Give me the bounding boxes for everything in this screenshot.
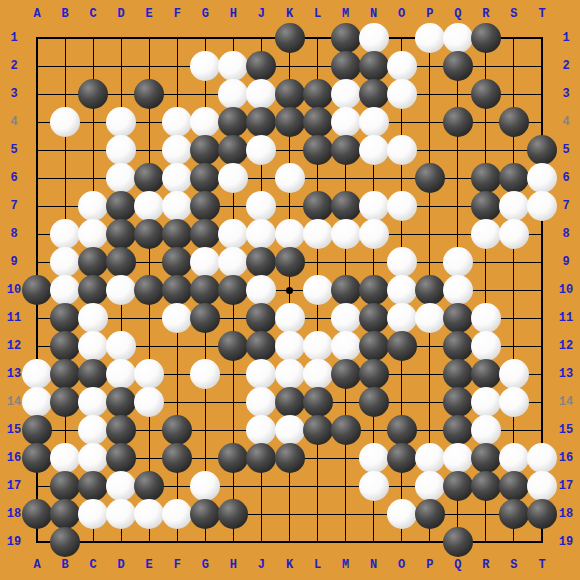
white-stone-Q9[interactable] [443,247,473,277]
black-stone-C3[interactable] [78,79,108,109]
white-stone-G13[interactable] [190,359,220,389]
white-stone-O3[interactable] [387,79,417,109]
white-stone-F11[interactable] [162,303,192,333]
white-stone-F4[interactable] [162,107,192,137]
white-stone-J7[interactable] [246,191,276,221]
coord-label-top-B: B [56,7,74,21]
white-stone-G9[interactable] [190,247,220,277]
black-stone-R6[interactable] [471,163,501,193]
coord-label-bottom-E: E [140,558,158,572]
coord-label-left-7: 7 [2,199,26,213]
coord-label-bottom-K: K [281,558,299,572]
coord-label-right-3: 3 [554,87,578,101]
white-stone-E7[interactable] [134,191,164,221]
black-stone-A10[interactable] [22,275,52,305]
coord-label-left-6: 6 [2,171,26,185]
white-stone-D12[interactable] [106,331,136,361]
black-stone-E6[interactable] [134,163,164,193]
white-stone-J13[interactable] [246,359,276,389]
black-stone-M15[interactable] [331,415,361,445]
black-stone-K4[interactable] [275,107,305,137]
white-stone-R12[interactable] [471,331,501,361]
black-stone-F15[interactable] [162,415,192,445]
coord-label-top-F: F [168,7,186,21]
coord-label-top-P: P [421,7,439,21]
coord-label-right-5: 5 [554,143,578,157]
white-stone-S14[interactable] [499,387,529,417]
white-stone-K13[interactable] [275,359,305,389]
white-stone-N7[interactable] [359,191,389,221]
black-stone-Q13[interactable] [443,359,473,389]
coord-label-bottom-H: H [224,558,242,572]
white-stone-S8[interactable] [499,219,529,249]
white-stone-H8[interactable] [218,219,248,249]
coord-label-left-9: 9 [2,255,26,269]
coord-label-bottom-S: S [505,558,523,572]
black-stone-N12[interactable] [359,331,389,361]
black-stone-N3[interactable] [359,79,389,109]
coord-label-top-T: T [533,7,551,21]
white-stone-F5[interactable] [162,135,192,165]
coord-label-top-Q: Q [449,7,467,21]
white-stone-H2[interactable] [218,51,248,81]
black-stone-N11[interactable] [359,303,389,333]
white-stone-D6[interactable] [106,163,136,193]
black-stone-K9[interactable] [275,247,305,277]
white-stone-O10[interactable] [387,275,417,305]
white-stone-C11[interactable] [78,303,108,333]
coord-label-left-2: 2 [2,59,26,73]
coord-label-right-17: 17 [554,479,578,493]
black-stone-E17[interactable] [134,471,164,501]
coord-label-right-19: 19 [554,535,578,549]
black-stone-L7[interactable] [303,191,333,221]
coord-label-right-18: 18 [554,507,578,521]
white-stone-D5[interactable] [106,135,136,165]
white-stone-K8[interactable] [275,219,305,249]
black-stone-Q11[interactable] [443,303,473,333]
white-stone-L8[interactable] [303,219,333,249]
white-stone-S7[interactable] [499,191,529,221]
white-stone-B10[interactable] [50,275,80,305]
black-stone-L4[interactable] [303,107,333,137]
black-stone-L15[interactable] [303,415,333,445]
black-stone-F10[interactable] [162,275,192,305]
coord-label-bottom-Q: Q [449,558,467,572]
black-stone-M7[interactable] [331,191,361,221]
coord-label-bottom-F: F [168,558,186,572]
white-stone-Q16[interactable] [443,443,473,473]
black-stone-G5[interactable] [190,135,220,165]
coord-label-right-12: 12 [554,339,578,353]
white-stone-P11[interactable] [415,303,445,333]
black-stone-E3[interactable] [134,79,164,109]
black-stone-E10[interactable] [134,275,164,305]
white-stone-K6[interactable] [275,163,305,193]
coord-label-top-H: H [224,7,242,21]
white-stone-D17[interactable] [106,471,136,501]
white-stone-R11[interactable] [471,303,501,333]
black-stone-N14[interactable] [359,387,389,417]
coord-label-top-E: E [140,7,158,21]
white-stone-P1[interactable] [415,23,445,53]
black-stone-D16[interactable] [106,443,136,473]
coord-label-right-9: 9 [554,255,578,269]
black-stone-A15[interactable] [22,415,52,445]
white-stone-C14[interactable] [78,387,108,417]
black-stone-O12[interactable] [387,331,417,361]
white-stone-G2[interactable] [190,51,220,81]
black-stone-P18[interactable] [415,499,445,529]
white-stone-F6[interactable] [162,163,192,193]
black-stone-Q15[interactable] [443,415,473,445]
coord-label-bottom-L: L [309,558,327,572]
coord-label-right-14: 14 [554,395,578,409]
black-stone-G7[interactable] [190,191,220,221]
white-stone-F7[interactable] [162,191,192,221]
coord-label-left-8: 8 [2,227,26,241]
white-stone-A14[interactable] [22,387,52,417]
white-stone-R15[interactable] [471,415,501,445]
white-stone-T16[interactable] [527,443,557,473]
coord-label-left-5: 5 [2,143,26,157]
white-stone-M12[interactable] [331,331,361,361]
black-stone-M1[interactable] [331,23,361,53]
black-stone-N13[interactable] [359,359,389,389]
coord-label-right-2: 2 [554,59,578,73]
white-stone-O18[interactable] [387,499,417,529]
black-stone-Q14[interactable] [443,387,473,417]
black-stone-A18[interactable] [22,499,52,529]
white-stone-T7[interactable] [527,191,557,221]
white-stone-O2[interactable] [387,51,417,81]
black-stone-R3[interactable] [471,79,501,109]
white-stone-A13[interactable] [22,359,52,389]
white-stone-O11[interactable] [387,303,417,333]
white-stone-M4[interactable] [331,107,361,137]
white-stone-N5[interactable] [359,135,389,165]
black-stone-J4[interactable] [246,107,276,137]
coord-label-left-4: 4 [2,115,26,129]
black-stone-K1[interactable] [275,23,305,53]
coord-label-left-17: 17 [2,479,26,493]
black-stone-R1[interactable] [471,23,501,53]
white-stone-D10[interactable] [106,275,136,305]
go-board-app: AABBCCDDEEFFGGHHJJKKLLMMNNOOPPQQRRSSTT11… [0,0,580,580]
black-stone-R7[interactable] [471,191,501,221]
black-stone-B13[interactable] [50,359,80,389]
black-stone-C13[interactable] [78,359,108,389]
white-stone-K12[interactable] [275,331,305,361]
black-stone-R13[interactable] [471,359,501,389]
black-stone-B18[interactable] [50,499,80,529]
black-stone-G8[interactable] [190,219,220,249]
coord-label-bottom-B: B [56,558,74,572]
white-stone-J5[interactable] [246,135,276,165]
coord-label-bottom-M: M [337,558,355,572]
white-stone-F18[interactable] [162,499,192,529]
white-stone-C7[interactable] [78,191,108,221]
black-stone-Q2[interactable] [443,51,473,81]
white-stone-N4[interactable] [359,107,389,137]
coord-label-bottom-O: O [393,558,411,572]
black-stone-R16[interactable] [471,443,501,473]
coord-label-top-L: L [309,7,327,21]
white-stone-C16[interactable] [78,443,108,473]
coord-label-bottom-T: T [533,558,551,572]
white-stone-B16[interactable] [50,443,80,473]
black-stone-G6[interactable] [190,163,220,193]
black-stone-S4[interactable] [499,107,529,137]
black-stone-T5[interactable] [527,135,557,165]
coord-label-bottom-G: G [196,558,214,572]
white-stone-H9[interactable] [218,247,248,277]
black-stone-K16[interactable] [275,443,305,473]
black-stone-Q19[interactable] [443,527,473,557]
coord-label-right-16: 16 [554,451,578,465]
black-stone-J16[interactable] [246,443,276,473]
black-stone-J2[interactable] [246,51,276,81]
black-stone-P6[interactable] [415,163,445,193]
coord-label-left-3: 3 [2,87,26,101]
black-stone-H10[interactable] [218,275,248,305]
white-stone-D4[interactable] [106,107,136,137]
black-stone-M5[interactable] [331,135,361,165]
white-stone-M8[interactable] [331,219,361,249]
white-stone-L12[interactable] [303,331,333,361]
white-stone-L10[interactable] [303,275,333,305]
black-stone-C9[interactable] [78,247,108,277]
black-stone-D14[interactable] [106,387,136,417]
black-stone-G11[interactable] [190,303,220,333]
white-stone-C18[interactable] [78,499,108,529]
coord-label-right-7: 7 [554,199,578,213]
black-stone-L5[interactable] [303,135,333,165]
coord-label-right-6: 6 [554,171,578,185]
white-stone-C8[interactable] [78,219,108,249]
coord-label-top-D: D [112,7,130,21]
white-stone-Q1[interactable] [443,23,473,53]
coord-label-bottom-J: J [252,558,270,572]
white-stone-M11[interactable] [331,303,361,333]
white-stone-J8[interactable] [246,219,276,249]
black-stone-B19[interactable] [50,527,80,557]
white-stone-D13[interactable] [106,359,136,389]
white-stone-C15[interactable] [78,415,108,445]
white-stone-N1[interactable] [359,23,389,53]
white-stone-G4[interactable] [190,107,220,137]
black-stone-H4[interactable] [218,107,248,137]
black-stone-B14[interactable] [50,387,80,417]
white-stone-R8[interactable] [471,219,501,249]
black-stone-B17[interactable] [50,471,80,501]
black-stone-H12[interactable] [218,331,248,361]
coord-label-bottom-N: N [365,558,383,572]
coord-label-right-10: 10 [554,283,578,297]
black-stone-L14[interactable] [303,387,333,417]
coord-label-right-13: 13 [554,367,578,381]
white-stone-N16[interactable] [359,443,389,473]
white-stone-N17[interactable] [359,471,389,501]
coord-label-left-19: 19 [2,535,26,549]
coord-label-top-J: J [252,7,270,21]
black-stone-H5[interactable] [218,135,248,165]
white-stone-N8[interactable] [359,219,389,249]
black-stone-M13[interactable] [331,359,361,389]
black-stone-G10[interactable] [190,275,220,305]
white-stone-E13[interactable] [134,359,164,389]
white-stone-B9[interactable] [50,247,80,277]
white-stone-G17[interactable] [190,471,220,501]
black-stone-M10[interactable] [331,275,361,305]
white-stone-T6[interactable] [527,163,557,193]
black-stone-O15[interactable] [387,415,417,445]
black-stone-H18[interactable] [218,499,248,529]
coord-label-right-1: 1 [554,31,578,45]
black-stone-S6[interactable] [499,163,529,193]
white-stone-O9[interactable] [387,247,417,277]
black-stone-N2[interactable] [359,51,389,81]
black-stone-C10[interactable] [78,275,108,305]
white-stone-P16[interactable] [415,443,445,473]
coord-label-right-8: 8 [554,227,578,241]
white-stone-H3[interactable] [218,79,248,109]
black-stone-B11[interactable] [50,303,80,333]
coord-label-bottom-D: D [112,558,130,572]
black-stone-F8[interactable] [162,219,192,249]
black-stone-F9[interactable] [162,247,192,277]
white-stone-C12[interactable] [78,331,108,361]
black-stone-T18[interactable] [527,499,557,529]
black-stone-K3[interactable] [275,79,305,109]
coord-label-top-K: K [281,7,299,21]
black-stone-D15[interactable] [106,415,136,445]
black-stone-P10[interactable] [415,275,445,305]
black-stone-Q17[interactable] [443,471,473,501]
black-stone-S17[interactable] [499,471,529,501]
coord-label-top-M: M [337,7,355,21]
black-stone-Q12[interactable] [443,331,473,361]
black-stone-D9[interactable] [106,247,136,277]
coord-label-top-A: A [28,7,46,21]
white-stone-J15[interactable] [246,415,276,445]
black-stone-N10[interactable] [359,275,389,305]
black-stone-L3[interactable] [303,79,333,109]
white-stone-O5[interactable] [387,135,417,165]
black-stone-D7[interactable] [106,191,136,221]
white-stone-H6[interactable] [218,163,248,193]
black-stone-C17[interactable] [78,471,108,501]
coord-label-bottom-C: C [84,558,102,572]
black-stone-H16[interactable] [218,443,248,473]
white-stone-O7[interactable] [387,191,417,221]
black-stone-J9[interactable] [246,247,276,277]
black-stone-J11[interactable] [246,303,276,333]
white-stone-T17[interactable] [527,471,557,501]
black-stone-K14[interactable] [275,387,305,417]
white-stone-E14[interactable] [134,387,164,417]
coord-label-bottom-A: A [28,558,46,572]
star-point [286,287,293,294]
coord-label-left-12: 12 [2,339,26,353]
coord-label-top-R: R [477,7,495,21]
coord-label-top-G: G [196,7,214,21]
black-stone-O16[interactable] [387,443,417,473]
coord-label-right-4: 4 [554,115,578,129]
black-stone-Q4[interactable] [443,107,473,137]
white-stone-Q10[interactable] [443,275,473,305]
white-stone-B4[interactable] [50,107,80,137]
white-stone-K15[interactable] [275,415,305,445]
black-stone-G18[interactable] [190,499,220,529]
white-stone-K11[interactable] [275,303,305,333]
white-stone-D18[interactable] [106,499,136,529]
black-stone-J12[interactable] [246,331,276,361]
white-stone-S16[interactable] [499,443,529,473]
black-stone-A16[interactable] [22,443,52,473]
coord-label-top-N: N [365,7,383,21]
coord-label-right-15: 15 [554,423,578,437]
white-stone-M3[interactable] [331,79,361,109]
black-stone-B12[interactable] [50,331,80,361]
coord-label-right-11: 11 [554,311,578,325]
white-stone-S13[interactable] [499,359,529,389]
coord-label-left-11: 11 [2,311,26,325]
white-stone-J10[interactable] [246,275,276,305]
coord-label-bottom-P: P [421,558,439,572]
black-stone-S18[interactable] [499,499,529,529]
coord-label-top-O: O [393,7,411,21]
black-stone-D8[interactable] [106,219,136,249]
white-stone-E18[interactable] [134,499,164,529]
white-stone-L13[interactable] [303,359,333,389]
black-stone-M2[interactable] [331,51,361,81]
coord-label-left-1: 1 [2,31,26,45]
white-stone-R14[interactable] [471,387,501,417]
white-stone-B8[interactable] [50,219,80,249]
black-stone-F16[interactable] [162,443,192,473]
white-stone-J14[interactable] [246,387,276,417]
coord-label-bottom-R: R [477,558,495,572]
white-stone-J3[interactable] [246,79,276,109]
black-stone-E8[interactable] [134,219,164,249]
coord-label-top-S: S [505,7,523,21]
coord-label-top-C: C [84,7,102,21]
white-stone-P17[interactable] [415,471,445,501]
black-stone-R17[interactable] [471,471,501,501]
